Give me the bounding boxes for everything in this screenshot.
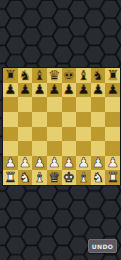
piece-black-bishop[interactable]: ♝ — [34, 68, 46, 82]
square-e1[interactable]: ♚ — [62, 170, 77, 185]
square-a5[interactable] — [3, 112, 18, 127]
square-h4[interactable] — [105, 127, 120, 142]
piece-black-queen[interactable]: ♛ — [48, 68, 60, 82]
square-a4[interactable] — [3, 127, 18, 142]
piece-black-knight[interactable]: ♞ — [19, 68, 31, 82]
square-a2[interactable]: ♟ — [3, 156, 18, 171]
piece-black-pawn[interactable]: ♟ — [34, 83, 46, 97]
square-g5[interactable] — [91, 112, 106, 127]
square-b4[interactable] — [18, 127, 33, 142]
piece-white-pawn[interactable]: ♟ — [19, 156, 31, 170]
piece-black-pawn[interactable]: ♟ — [77, 83, 89, 97]
square-f3[interactable] — [76, 141, 91, 156]
piece-white-rook[interactable]: ♜ — [107, 170, 119, 184]
square-b8[interactable]: ♞ — [18, 68, 33, 83]
square-a7[interactable]: ♟ — [3, 83, 18, 98]
piece-white-pawn[interactable]: ♟ — [34, 156, 46, 170]
piece-black-pawn[interactable]: ♟ — [48, 83, 60, 97]
piece-white-bishop[interactable]: ♝ — [34, 170, 46, 184]
chess-app-screen: ♜♞♝♛♚♝♞♜♟♟♟♟♟♟♟♟♟♟♟♟♟♟♟♟♜♞♝♛♚♝♞♜ UNDO — [0, 0, 121, 260]
square-a6[interactable] — [3, 97, 18, 112]
square-f2[interactable]: ♟ — [76, 156, 91, 171]
square-h8[interactable]: ♜ — [105, 68, 120, 83]
square-c4[interactable] — [32, 127, 47, 142]
square-g7[interactable]: ♟ — [91, 83, 106, 98]
square-e5[interactable] — [62, 112, 77, 127]
piece-white-pawn[interactable]: ♟ — [63, 156, 75, 170]
piece-white-pawn[interactable]: ♟ — [77, 156, 89, 170]
square-c8[interactable]: ♝ — [32, 68, 47, 83]
square-e4[interactable] — [62, 127, 77, 142]
square-c2[interactable]: ♟ — [32, 156, 47, 171]
piece-black-bishop[interactable]: ♝ — [77, 68, 89, 82]
square-b7[interactable]: ♟ — [18, 83, 33, 98]
chess-board: ♜♞♝♛♚♝♞♜♟♟♟♟♟♟♟♟♟♟♟♟♟♟♟♟♜♞♝♛♚♝♞♜ — [2, 67, 121, 186]
square-f5[interactable] — [76, 112, 91, 127]
square-a1[interactable]: ♜ — [3, 170, 18, 185]
square-a8[interactable]: ♜ — [3, 68, 18, 83]
square-e3[interactable] — [62, 141, 77, 156]
piece-white-pawn[interactable]: ♟ — [92, 156, 104, 170]
piece-black-rook[interactable]: ♜ — [4, 68, 16, 82]
square-d6[interactable] — [47, 97, 62, 112]
piece-black-rook[interactable]: ♜ — [107, 68, 119, 82]
piece-black-king[interactable]: ♚ — [63, 68, 75, 82]
piece-white-pawn[interactable]: ♟ — [107, 156, 119, 170]
square-a3[interactable] — [3, 141, 18, 156]
square-d7[interactable]: ♟ — [47, 83, 62, 98]
square-h1[interactable]: ♜ — [105, 170, 120, 185]
piece-white-pawn[interactable]: ♟ — [48, 156, 60, 170]
piece-white-bishop[interactable]: ♝ — [77, 170, 89, 184]
square-g4[interactable] — [91, 127, 106, 142]
square-e7[interactable]: ♟ — [62, 83, 77, 98]
square-g8[interactable]: ♞ — [91, 68, 106, 83]
square-e2[interactable]: ♟ — [62, 156, 77, 171]
undo-button[interactable]: UNDO — [88, 239, 117, 253]
square-d5[interactable] — [47, 112, 62, 127]
piece-white-pawn[interactable]: ♟ — [4, 156, 16, 170]
square-h3[interactable] — [105, 141, 120, 156]
square-d2[interactable]: ♟ — [47, 156, 62, 171]
square-d8[interactable]: ♛ — [47, 68, 62, 83]
square-e6[interactable] — [62, 97, 77, 112]
square-h7[interactable]: ♟ — [105, 83, 120, 98]
square-b6[interactable] — [18, 97, 33, 112]
square-e8[interactable]: ♚ — [62, 68, 77, 83]
square-f1[interactable]: ♝ — [76, 170, 91, 185]
square-b1[interactable]: ♞ — [18, 170, 33, 185]
piece-white-knight[interactable]: ♞ — [19, 170, 31, 184]
square-h2[interactable]: ♟ — [105, 156, 120, 171]
square-b3[interactable] — [18, 141, 33, 156]
piece-white-rook[interactable]: ♜ — [4, 170, 16, 184]
piece-white-knight[interactable]: ♞ — [92, 170, 104, 184]
piece-black-pawn[interactable]: ♟ — [4, 83, 16, 97]
piece-white-king[interactable]: ♚ — [63, 170, 75, 184]
square-c1[interactable]: ♝ — [32, 170, 47, 185]
piece-black-pawn[interactable]: ♟ — [92, 83, 104, 97]
piece-black-pawn[interactable]: ♟ — [107, 83, 119, 97]
piece-black-pawn[interactable]: ♟ — [63, 83, 75, 97]
square-h5[interactable] — [105, 112, 120, 127]
square-d1[interactable]: ♛ — [47, 170, 62, 185]
square-g6[interactable] — [91, 97, 106, 112]
square-f6[interactable] — [76, 97, 91, 112]
square-c5[interactable] — [32, 112, 47, 127]
piece-black-pawn[interactable]: ♟ — [19, 83, 31, 97]
piece-white-queen[interactable]: ♛ — [48, 170, 60, 184]
square-c3[interactable] — [32, 141, 47, 156]
piece-black-knight[interactable]: ♞ — [92, 68, 104, 82]
square-d4[interactable] — [47, 127, 62, 142]
square-b5[interactable] — [18, 112, 33, 127]
square-b2[interactable]: ♟ — [18, 156, 33, 171]
square-c6[interactable] — [32, 97, 47, 112]
square-g1[interactable]: ♞ — [91, 170, 106, 185]
square-g2[interactable]: ♟ — [91, 156, 106, 171]
square-d3[interactable] — [47, 141, 62, 156]
square-g3[interactable] — [91, 141, 106, 156]
square-c7[interactable]: ♟ — [32, 83, 47, 98]
square-h6[interactable] — [105, 97, 120, 112]
square-f8[interactable]: ♝ — [76, 68, 91, 83]
square-f7[interactable]: ♟ — [76, 83, 91, 98]
square-f4[interactable] — [76, 127, 91, 142]
